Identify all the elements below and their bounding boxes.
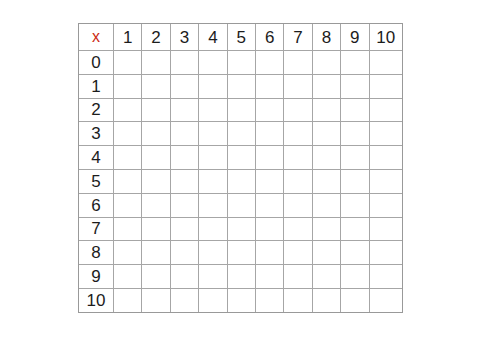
cell-r3-c1[interactable] (114, 122, 141, 145)
cell-r8-c1[interactable] (114, 241, 141, 264)
cell-r2-c5[interactable] (228, 99, 255, 122)
column-header-3: 3 (171, 24, 198, 50)
cell-r5-c1[interactable] (114, 170, 141, 193)
cell-r10-c7[interactable] (284, 289, 311, 312)
cell-r3-c7[interactable] (284, 122, 311, 145)
cell-r5-c5[interactable] (228, 170, 255, 193)
cell-r1-c6[interactable] (256, 75, 283, 98)
cell-r6-c5[interactable] (228, 194, 255, 217)
column-header-8: 8 (313, 24, 340, 50)
cell-r7-c8[interactable] (313, 218, 340, 241)
cell-r0-c2[interactable] (142, 51, 169, 74)
cell-r1-c2[interactable] (142, 75, 169, 98)
cell-r2-c4[interactable] (199, 99, 226, 122)
row-header-5: 5 (79, 170, 113, 193)
cell-r1-c4[interactable] (199, 75, 226, 98)
cell-r10-c8[interactable] (313, 289, 340, 312)
cell-r4-c3[interactable] (171, 146, 198, 169)
row-header-9: 9 (79, 265, 113, 288)
cell-r4-c8[interactable] (313, 146, 340, 169)
cell-r0-c5[interactable] (228, 51, 255, 74)
cell-r9-c2[interactable] (142, 265, 169, 288)
cell-r9-c4[interactable] (199, 265, 226, 288)
cell-r5-c2[interactable] (142, 170, 169, 193)
cell-r7-c5[interactable] (228, 218, 255, 241)
cell-r6-c4[interactable] (199, 194, 226, 217)
row-header-3: 3 (79, 122, 113, 145)
cell-r4-c7[interactable] (284, 146, 311, 169)
cell-r1-c7[interactable] (284, 75, 311, 98)
cell-r8-c2[interactable] (142, 241, 169, 264)
cell-r3-c4[interactable] (199, 122, 226, 145)
cell-r5-c4[interactable] (199, 170, 226, 193)
cell-r6-c10[interactable] (370, 194, 403, 217)
cell-r10-c5[interactable] (228, 289, 255, 312)
column-header-10: 10 (370, 24, 403, 50)
corner-times-symbol: x (79, 24, 113, 50)
cell-r9-c1[interactable] (114, 265, 141, 288)
cell-r7-c10[interactable] (370, 218, 403, 241)
cell-r9-c5[interactable] (228, 265, 255, 288)
cell-r8-c8[interactable] (313, 241, 340, 264)
cell-r0-c3[interactable] (171, 51, 198, 74)
cell-r8-c5[interactable] (228, 241, 255, 264)
cell-r2-c10[interactable] (370, 99, 403, 122)
cell-r2-c7[interactable] (284, 99, 311, 122)
column-header-9: 9 (341, 24, 368, 50)
cell-r5-c7[interactable] (284, 170, 311, 193)
cell-r8-c7[interactable] (284, 241, 311, 264)
cell-r2-c6[interactable] (256, 99, 283, 122)
column-header-4: 4 (199, 24, 226, 50)
cell-r6-c1[interactable] (114, 194, 141, 217)
cell-r10-c3[interactable] (171, 289, 198, 312)
cell-r7-c1[interactable] (114, 218, 141, 241)
cell-r7-c3[interactable] (171, 218, 198, 241)
cell-r1-c3[interactable] (171, 75, 198, 98)
cell-r2-c1[interactable] (114, 99, 141, 122)
cell-r8-c3[interactable] (171, 241, 198, 264)
cell-r9-c9[interactable] (341, 265, 368, 288)
cell-r4-c4[interactable] (199, 146, 226, 169)
cell-r10-c4[interactable] (199, 289, 226, 312)
cell-r9-c3[interactable] (171, 265, 198, 288)
cell-r10-c1[interactable] (114, 289, 141, 312)
cell-r3-c6[interactable] (256, 122, 283, 145)
cell-r7-c2[interactable] (142, 218, 169, 241)
cell-r3-c5[interactable] (228, 122, 255, 145)
row-header-4: 4 (79, 146, 113, 169)
cell-r5-c10[interactable] (370, 170, 403, 193)
cell-r6-c3[interactable] (171, 194, 198, 217)
cell-r9-c7[interactable] (284, 265, 311, 288)
cell-r9-c8[interactable] (313, 265, 340, 288)
cell-r2-c3[interactable] (171, 99, 198, 122)
multiplication-chart-board: x12345678910012345678910 (78, 23, 403, 313)
cell-r0-c4[interactable] (199, 51, 226, 74)
row-header-7: 7 (79, 218, 113, 241)
column-header-1: 1 (114, 24, 141, 50)
cell-r7-c7[interactable] (284, 218, 311, 241)
cell-r4-c2[interactable] (142, 146, 169, 169)
cell-r1-c5[interactable] (228, 75, 255, 98)
cell-r7-c4[interactable] (199, 218, 226, 241)
cell-r0-c7[interactable] (284, 51, 311, 74)
cell-r4-c10[interactable] (370, 146, 403, 169)
cell-r5-c3[interactable] (171, 170, 198, 193)
row-header-0: 0 (79, 51, 113, 74)
cell-r9-c6[interactable] (256, 265, 283, 288)
cell-r0-c6[interactable] (256, 51, 283, 74)
cell-r7-c6[interactable] (256, 218, 283, 241)
cell-r6-c7[interactable] (284, 194, 311, 217)
cell-r0-c9[interactable] (341, 51, 368, 74)
cell-r6-c2[interactable] (142, 194, 169, 217)
cell-r2-c8[interactable] (313, 99, 340, 122)
cell-r10-c10[interactable] (370, 289, 403, 312)
cell-r9-c10[interactable] (370, 265, 403, 288)
cell-r4-c5[interactable] (228, 146, 255, 169)
cell-r3-c9[interactable] (341, 122, 368, 145)
cell-r6-c6[interactable] (256, 194, 283, 217)
column-header-2: 2 (142, 24, 169, 50)
cell-r10-c2[interactable] (142, 289, 169, 312)
cell-r8-c4[interactable] (199, 241, 226, 264)
cell-r5-c9[interactable] (341, 170, 368, 193)
cell-r5-c6[interactable] (256, 170, 283, 193)
cell-r0-c10[interactable] (370, 51, 403, 74)
cell-r4-c6[interactable] (256, 146, 283, 169)
cell-r3-c2[interactable] (142, 122, 169, 145)
row-header-2: 2 (79, 99, 113, 122)
cell-r8-c6[interactable] (256, 241, 283, 264)
row-header-6: 6 (79, 194, 113, 217)
cell-r4-c9[interactable] (341, 146, 368, 169)
page: x12345678910012345678910 (0, 0, 500, 354)
cell-r3-c3[interactable] (171, 122, 198, 145)
cell-r5-c8[interactable] (313, 170, 340, 193)
row-header-8: 8 (79, 241, 113, 264)
cell-r3-c10[interactable] (370, 122, 403, 145)
column-header-6: 6 (256, 24, 283, 50)
cell-r8-c9[interactable] (341, 241, 368, 264)
cell-r10-c6[interactable] (256, 289, 283, 312)
cell-r6-c8[interactable] (313, 194, 340, 217)
row-header-10: 10 (79, 289, 113, 312)
cell-r10-c9[interactable] (341, 289, 368, 312)
cell-r0-c8[interactable] (313, 51, 340, 74)
cell-r2-c2[interactable] (142, 99, 169, 122)
cell-r4-c1[interactable] (114, 146, 141, 169)
column-header-5: 5 (228, 24, 255, 50)
cell-r1-c8[interactable] (313, 75, 340, 98)
cell-r7-c9[interactable] (341, 218, 368, 241)
cell-r1-c9[interactable] (341, 75, 368, 98)
cell-r0-c1[interactable] (114, 51, 141, 74)
row-header-1: 1 (79, 75, 113, 98)
cell-r3-c8[interactable] (313, 122, 340, 145)
cell-r1-c10[interactable] (370, 75, 403, 98)
cell-r1-c1[interactable] (114, 75, 141, 98)
column-header-7: 7 (284, 24, 311, 50)
cell-r8-c10[interactable] (370, 241, 403, 264)
cell-r2-c9[interactable] (341, 99, 368, 122)
cell-r6-c9[interactable] (341, 194, 368, 217)
